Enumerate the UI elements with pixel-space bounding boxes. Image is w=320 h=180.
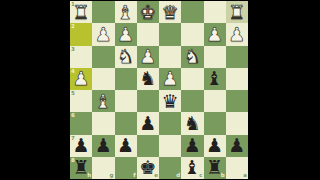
square-e4[interactable]: ♞	[137, 68, 159, 90]
file-label-d: d	[176, 173, 180, 179]
square-f8[interactable]: f	[115, 157, 137, 179]
black-bishop: ♝	[206, 69, 223, 88]
square-g1[interactable]	[92, 1, 114, 23]
white-queen: ♛	[162, 3, 179, 22]
white-king: ♚	[139, 3, 156, 22]
white-pawn: ♟	[117, 25, 134, 44]
square-h3[interactable]: 3	[70, 46, 92, 68]
square-g7[interactable]: ♟	[92, 135, 114, 157]
square-f6[interactable]	[115, 112, 137, 134]
rank-label-3: 3	[71, 47, 75, 53]
square-a4[interactable]	[226, 68, 248, 90]
square-c4[interactable]	[181, 68, 203, 90]
black-pawn: ♟	[206, 136, 223, 155]
file-label-b: b	[221, 173, 225, 179]
square-g6[interactable]	[92, 112, 114, 134]
square-d1[interactable]: ♛	[159, 1, 181, 23]
white-bishop: ♝	[117, 3, 134, 22]
square-b7[interactable]: ♟	[204, 135, 226, 157]
square-c2[interactable]	[181, 23, 203, 45]
square-e8[interactable]: e♚	[137, 157, 159, 179]
square-b8[interactable]: b♜	[204, 157, 226, 179]
square-a1[interactable]: ♜	[226, 1, 248, 23]
file-label-a: a	[243, 173, 247, 179]
square-f2[interactable]: ♟	[115, 23, 137, 45]
square-h2[interactable]: 2	[70, 23, 92, 45]
square-h5[interactable]: 5	[70, 90, 92, 112]
square-f5[interactable]	[115, 90, 137, 112]
square-f3[interactable]: ♞	[115, 46, 137, 68]
square-c1[interactable]	[181, 1, 203, 23]
square-a8[interactable]: a	[226, 157, 248, 179]
white-pawn: ♟	[228, 25, 245, 44]
square-c6[interactable]: ♞	[181, 112, 203, 134]
white-pawn: ♟	[139, 47, 156, 66]
square-g2[interactable]: ♟	[92, 23, 114, 45]
chess-board[interactable]: 1♜♝♚♛♜2♟♟♟♟3♞♟♞4♟♞♟♝5♝♛6♟♞7♟♟♟♟♟♟8h♜gfe♚…	[70, 1, 248, 179]
square-d5[interactable]: ♛	[159, 90, 181, 112]
black-pawn: ♟	[139, 114, 156, 133]
square-h6[interactable]: 6	[70, 112, 92, 134]
square-d6[interactable]	[159, 112, 181, 134]
black-queen: ♛	[162, 92, 179, 111]
square-h7[interactable]: 7♟	[70, 135, 92, 157]
square-d4[interactable]: ♟	[159, 68, 181, 90]
white-pawn: ♟	[206, 25, 223, 44]
file-label-f: f	[133, 173, 135, 179]
white-rook: ♜	[228, 3, 245, 22]
square-a6[interactable]	[226, 112, 248, 134]
square-d2[interactable]	[159, 23, 181, 45]
rank-label-8: 8	[71, 158, 75, 164]
square-d8[interactable]: d	[159, 157, 181, 179]
square-b2[interactable]: ♟	[204, 23, 226, 45]
square-h1[interactable]: 1♜	[70, 1, 92, 23]
square-a5[interactable]	[226, 90, 248, 112]
file-label-e: e	[154, 173, 158, 179]
square-c3[interactable]: ♞	[181, 46, 203, 68]
square-e2[interactable]	[137, 23, 159, 45]
square-g3[interactable]	[92, 46, 114, 68]
white-rook: ♜	[73, 3, 90, 22]
square-a7[interactable]: ♟	[226, 135, 248, 157]
black-pawn: ♟	[184, 136, 201, 155]
square-b4[interactable]: ♝	[204, 68, 226, 90]
white-pawn: ♟	[73, 69, 90, 88]
square-e6[interactable]: ♟	[137, 112, 159, 134]
black-pawn: ♟	[73, 136, 90, 155]
white-pawn: ♟	[95, 25, 112, 44]
black-pawn: ♟	[117, 136, 134, 155]
square-g8[interactable]: g	[92, 157, 114, 179]
square-c8[interactable]: c♝	[181, 157, 203, 179]
file-label-h: h	[87, 173, 91, 179]
white-bishop: ♝	[95, 92, 112, 111]
square-f7[interactable]: ♟	[115, 135, 137, 157]
black-knight: ♞	[184, 114, 201, 133]
rank-label-2: 2	[71, 24, 75, 30]
square-a2[interactable]: ♟	[226, 23, 248, 45]
rank-label-5: 5	[71, 91, 75, 97]
black-knight: ♞	[139, 69, 156, 88]
square-d7[interactable]	[159, 135, 181, 157]
square-c5[interactable]	[181, 90, 203, 112]
square-b1[interactable]	[204, 1, 226, 23]
black-pawn: ♟	[95, 136, 112, 155]
square-e7[interactable]	[137, 135, 159, 157]
square-g5[interactable]: ♝	[92, 90, 114, 112]
square-b3[interactable]	[204, 46, 226, 68]
rank-label-1: 1	[71, 2, 75, 8]
black-pawn: ♟	[228, 136, 245, 155]
white-pawn: ♟	[162, 69, 179, 88]
square-b5[interactable]	[204, 90, 226, 112]
square-h4[interactable]: 4♟	[70, 68, 92, 90]
square-e3[interactable]: ♟	[137, 46, 159, 68]
video-frame: 1♜♝♚♛♜2♟♟♟♟3♞♟♞4♟♞♟♝5♝♛6♟♞7♟♟♟♟♟♟8h♜gfe♚…	[0, 0, 320, 180]
square-b6[interactable]	[204, 112, 226, 134]
square-d3[interactable]	[159, 46, 181, 68]
rank-label-7: 7	[71, 136, 75, 142]
square-a3[interactable]	[226, 46, 248, 68]
square-g4[interactable]	[92, 68, 114, 90]
square-e5[interactable]	[137, 90, 159, 112]
square-h8[interactable]: 8h♜	[70, 157, 92, 179]
file-label-g: g	[110, 173, 114, 179]
square-f4[interactable]	[115, 68, 137, 90]
white-knight: ♞	[117, 47, 134, 66]
square-f1[interactable]: ♝	[115, 1, 137, 23]
rank-label-6: 6	[71, 113, 75, 119]
white-knight: ♞	[184, 47, 201, 66]
square-c7[interactable]: ♟	[181, 135, 203, 157]
file-label-c: c	[199, 173, 202, 179]
rank-label-4: 4	[71, 69, 75, 75]
square-e1[interactable]: ♚	[137, 1, 159, 23]
